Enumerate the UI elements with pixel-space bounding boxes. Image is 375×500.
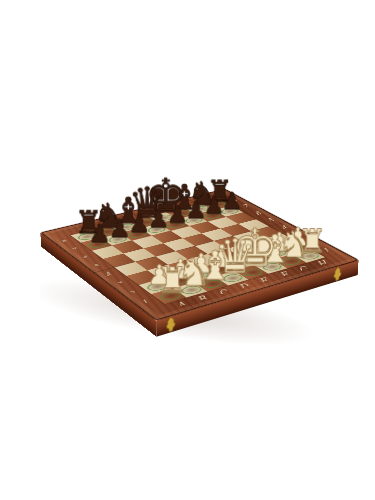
brass-clasp-right-icon bbox=[332, 266, 343, 287]
black-knight: ♞ bbox=[174, 178, 230, 210]
square-c3 bbox=[168, 259, 201, 273]
felt-base bbox=[86, 240, 109, 249]
file-label-a: A bbox=[175, 299, 190, 312]
rank-label-right-2: 2 bbox=[308, 238, 318, 246]
rank-label-right-7: 7 bbox=[242, 203, 251, 210]
rank-label-left-2: 2 bbox=[129, 288, 138, 297]
rank-label-right-6: 6 bbox=[254, 210, 263, 218]
brass-clasp-left-icon bbox=[165, 315, 177, 338]
rank-label-left-4: 4 bbox=[105, 270, 114, 278]
felt-base bbox=[219, 207, 241, 215]
file-label-f: F bbox=[278, 269, 292, 281]
product-photo: ♜♞♝♛♚♝♞♜♟♟♟♟♟♟♟♟♟♟♟♟♟♟♟♟♜♞♝♛♚♝♞♜ ABCDEFG… bbox=[0, 0, 375, 500]
felt-base bbox=[164, 221, 187, 229]
felt-base bbox=[284, 243, 308, 252]
felt-base bbox=[246, 254, 270, 264]
rank-label-right-1: 1 bbox=[322, 246, 332, 254]
rank-label-right-4: 4 bbox=[280, 224, 290, 232]
rank-label-right-8: 8 bbox=[230, 197, 239, 204]
rank-label-left-5: 5 bbox=[93, 262, 102, 270]
rank-label-left-1: 1 bbox=[142, 298, 152, 307]
rank-label-left-3: 3 bbox=[117, 279, 126, 287]
rank-label-right-3: 3 bbox=[294, 231, 304, 239]
rank-label-left-8: 8 bbox=[61, 238, 69, 245]
rank-label-left-6: 6 bbox=[82, 254, 91, 262]
rank-label-right-5: 5 bbox=[267, 217, 276, 225]
rank-label-left-7: 7 bbox=[71, 246, 80, 254]
